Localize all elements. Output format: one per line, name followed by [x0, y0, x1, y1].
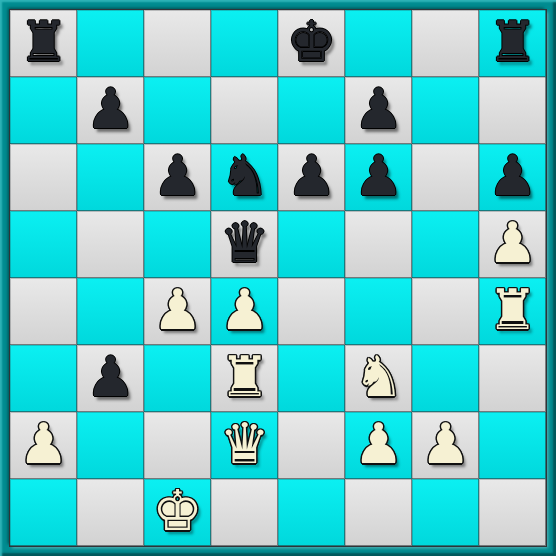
black-rook: ♜: [18, 14, 68, 70]
square-a7[interactable]: [10, 77, 77, 144]
white-pawn: ♟: [152, 282, 202, 338]
square-e7[interactable]: [278, 77, 345, 144]
square-h5[interactable]: ♟: [479, 211, 546, 278]
black-king: ♚: [286, 14, 336, 70]
square-f2[interactable]: ♟: [345, 412, 412, 479]
white-pawn: ♟: [219, 282, 269, 338]
square-c7[interactable]: [144, 77, 211, 144]
square-d3[interactable]: ♜: [211, 345, 278, 412]
square-a3[interactable]: [10, 345, 77, 412]
black-rook: ♜: [487, 14, 537, 70]
square-h7[interactable]: [479, 77, 546, 144]
white-pawn: ♟: [420, 416, 470, 472]
black-knight: ♞: [219, 148, 269, 204]
square-a8[interactable]: ♜: [10, 10, 77, 77]
square-d4[interactable]: ♟: [211, 278, 278, 345]
chess-board: ♜♚♜♟♟♟♞♟♟♟♛♟♟♟♜♟♜♞♟♛♟♟♚: [10, 10, 546, 546]
white-pawn: ♟: [18, 416, 68, 472]
square-f3[interactable]: ♞: [345, 345, 412, 412]
square-e2[interactable]: [278, 412, 345, 479]
square-h1[interactable]: [479, 479, 546, 546]
black-pawn: ♟: [353, 81, 403, 137]
square-c5[interactable]: [144, 211, 211, 278]
square-f5[interactable]: [345, 211, 412, 278]
square-b3[interactable]: ♟: [77, 345, 144, 412]
square-d7[interactable]: [211, 77, 278, 144]
white-pawn: ♟: [487, 215, 537, 271]
black-queen: ♛: [219, 215, 269, 271]
square-e8[interactable]: ♚: [278, 10, 345, 77]
square-g4[interactable]: [412, 278, 479, 345]
square-h3[interactable]: [479, 345, 546, 412]
square-f4[interactable]: [345, 278, 412, 345]
square-d1[interactable]: [211, 479, 278, 546]
square-b8[interactable]: [77, 10, 144, 77]
square-e5[interactable]: [278, 211, 345, 278]
square-g3[interactable]: [412, 345, 479, 412]
square-g8[interactable]: [412, 10, 479, 77]
square-g6[interactable]: [412, 144, 479, 211]
square-b4[interactable]: [77, 278, 144, 345]
square-b2[interactable]: [77, 412, 144, 479]
black-pawn: ♟: [85, 349, 135, 405]
white-queen: ♛: [219, 416, 269, 472]
square-d5[interactable]: ♛: [211, 211, 278, 278]
square-f7[interactable]: ♟: [345, 77, 412, 144]
square-h8[interactable]: ♜: [479, 10, 546, 77]
black-pawn: ♟: [85, 81, 135, 137]
square-c3[interactable]: [144, 345, 211, 412]
square-e3[interactable]: [278, 345, 345, 412]
square-h2[interactable]: [479, 412, 546, 479]
square-e6[interactable]: ♟: [278, 144, 345, 211]
square-h4[interactable]: ♜: [479, 278, 546, 345]
square-g5[interactable]: [412, 211, 479, 278]
white-pawn: ♟: [353, 416, 403, 472]
square-g7[interactable]: [412, 77, 479, 144]
square-a2[interactable]: ♟: [10, 412, 77, 479]
black-pawn: ♟: [353, 148, 403, 204]
black-pawn: ♟: [487, 148, 537, 204]
square-c1[interactable]: ♚: [144, 479, 211, 546]
square-h6[interactable]: ♟: [479, 144, 546, 211]
white-rook: ♜: [487, 282, 537, 338]
square-b7[interactable]: ♟: [77, 77, 144, 144]
square-f6[interactable]: ♟: [345, 144, 412, 211]
board-frame: ♜♚♜♟♟♟♞♟♟♟♛♟♟♟♜♟♜♞♟♛♟♟♚: [0, 0, 556, 556]
square-d2[interactable]: ♛: [211, 412, 278, 479]
white-knight: ♞: [353, 349, 403, 405]
square-a1[interactable]: [10, 479, 77, 546]
square-g1[interactable]: [412, 479, 479, 546]
square-c2[interactable]: [144, 412, 211, 479]
square-f8[interactable]: [345, 10, 412, 77]
square-c4[interactable]: ♟: [144, 278, 211, 345]
black-pawn: ♟: [152, 148, 202, 204]
square-a4[interactable]: [10, 278, 77, 345]
square-b1[interactable]: [77, 479, 144, 546]
square-c6[interactable]: ♟: [144, 144, 211, 211]
square-a6[interactable]: [10, 144, 77, 211]
square-e4[interactable]: [278, 278, 345, 345]
square-b5[interactable]: [77, 211, 144, 278]
square-c8[interactable]: [144, 10, 211, 77]
square-a5[interactable]: [10, 211, 77, 278]
square-g2[interactable]: ♟: [412, 412, 479, 479]
white-rook: ♜: [219, 349, 269, 405]
square-b6[interactable]: [77, 144, 144, 211]
white-king: ♚: [152, 483, 202, 539]
square-e1[interactable]: [278, 479, 345, 546]
black-pawn: ♟: [286, 148, 336, 204]
square-d6[interactable]: ♞: [211, 144, 278, 211]
square-d8[interactable]: [211, 10, 278, 77]
square-f1[interactable]: [345, 479, 412, 546]
